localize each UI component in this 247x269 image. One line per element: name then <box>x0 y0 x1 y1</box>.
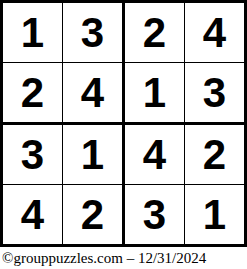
sudoku-cell-r1c2: 3 <box>63 3 125 63</box>
sudoku-cell-r2c1: 2 <box>3 63 63 125</box>
sudoku-cell-r2c4: 3 <box>185 63 244 125</box>
sudoku-cell-r2c2: 4 <box>63 63 125 125</box>
sudoku-board: 1 3 2 4 2 4 1 3 3 1 4 2 4 2 3 1 <box>0 0 247 247</box>
sudoku-cell-r3c2: 1 <box>63 125 125 185</box>
sudoku-cell-r4c1: 4 <box>3 185 63 244</box>
sudoku-cell-r3c1: 3 <box>3 125 63 185</box>
sudoku-cell-r2c3: 1 <box>125 63 185 125</box>
sudoku-cell-r1c1: 1 <box>3 3 63 63</box>
sudoku-cell-r1c4: 4 <box>185 3 244 63</box>
sudoku-cell-r1c3: 2 <box>125 3 185 63</box>
copyright-caption: ©grouppuzzles.com – 12/31/2024 <box>2 250 206 267</box>
sudoku-puzzle-page: 1 3 2 4 2 4 1 3 3 1 4 2 4 2 3 1 ©grouppu… <box>0 0 247 269</box>
sudoku-cell-r4c2: 2 <box>63 185 125 244</box>
sudoku-cell-r4c4: 1 <box>185 185 244 244</box>
sudoku-cell-r3c3: 4 <box>125 125 185 185</box>
sudoku-cell-r3c4: 2 <box>185 125 244 185</box>
sudoku-cell-r4c3: 3 <box>125 185 185 244</box>
